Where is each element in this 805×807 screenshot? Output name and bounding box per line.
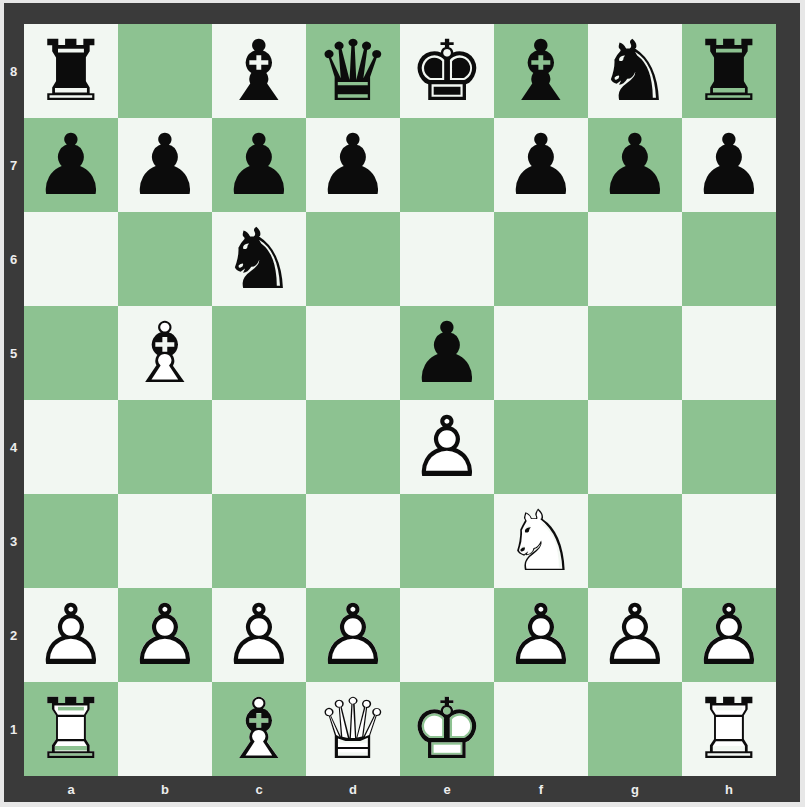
rank-label-4: 4 xyxy=(4,400,23,494)
white-pawn-icon: ♙ xyxy=(691,593,766,677)
white-pawn-icon: ♙ xyxy=(127,593,202,677)
black-pawn-icon: ♟ xyxy=(33,123,108,207)
black-pawn-icon: ♟ xyxy=(221,123,296,207)
square-e3[interactable] xyxy=(400,494,494,588)
black-knight[interactable]: ♞ xyxy=(588,24,682,118)
white-pawn[interactable]: ♟♙ xyxy=(306,588,400,682)
rank-label-5: 5 xyxy=(4,306,23,400)
square-a1[interactable]: ♜♖ xyxy=(24,682,118,776)
square-a4[interactable] xyxy=(24,400,118,494)
square-f4[interactable] xyxy=(494,400,588,494)
file-label-d: d xyxy=(306,776,400,802)
square-d8[interactable]: ♛ xyxy=(306,24,400,118)
square-c8[interactable]: ♝ xyxy=(212,24,306,118)
square-b2[interactable]: ♟♙ xyxy=(118,588,212,682)
square-c6[interactable]: ♞ xyxy=(212,212,306,306)
black-knight-icon: ♞ xyxy=(221,217,296,301)
square-h6[interactable] xyxy=(682,212,776,306)
white-pawn-icon: ♙ xyxy=(221,593,296,677)
square-g3[interactable] xyxy=(588,494,682,588)
black-bishop[interactable]: ♝ xyxy=(494,24,588,118)
black-bishop[interactable]: ♝ xyxy=(212,24,306,118)
white-pawn[interactable]: ♟♙ xyxy=(682,588,776,682)
square-g2[interactable]: ♟♙ xyxy=(588,588,682,682)
white-pawn[interactable]: ♟♙ xyxy=(212,588,306,682)
file-label-a: a xyxy=(24,776,118,802)
square-d6[interactable] xyxy=(306,212,400,306)
black-rook[interactable]: ♜ xyxy=(24,24,118,118)
black-knight-icon: ♞ xyxy=(597,29,672,113)
square-a7[interactable]: ♟ xyxy=(24,118,118,212)
black-king-icon: ♚ xyxy=(409,29,484,113)
white-pawn[interactable]: ♟♙ xyxy=(400,400,494,494)
square-g7[interactable]: ♟ xyxy=(588,118,682,212)
square-e5[interactable]: ♟ xyxy=(400,306,494,400)
file-label-f: f xyxy=(494,776,588,802)
square-d1[interactable]: ♛♕ xyxy=(306,682,400,776)
square-b5[interactable]: ♝♗ xyxy=(118,306,212,400)
rank-label-6: 6 xyxy=(4,212,23,306)
square-b8[interactable] xyxy=(118,24,212,118)
square-b4[interactable] xyxy=(118,400,212,494)
square-c7[interactable]: ♟ xyxy=(212,118,306,212)
square-b3[interactable] xyxy=(118,494,212,588)
square-e4[interactable]: ♟♙ xyxy=(400,400,494,494)
square-a8[interactable]: ♜ xyxy=(24,24,118,118)
square-b7[interactable]: ♟ xyxy=(118,118,212,212)
black-pawn[interactable]: ♟ xyxy=(400,306,494,400)
black-pawn[interactable]: ♟ xyxy=(588,118,682,212)
white-pawn[interactable]: ♟♙ xyxy=(118,588,212,682)
black-pawn[interactable]: ♟ xyxy=(24,118,118,212)
file-label-b: b xyxy=(118,776,212,802)
black-pawn-icon: ♟ xyxy=(315,123,390,207)
square-b6[interactable] xyxy=(118,212,212,306)
rank-label-8: 8 xyxy=(4,24,23,118)
white-king-icon: ♔ xyxy=(409,687,484,771)
square-b1[interactable] xyxy=(118,682,212,776)
rank-label-7: 7 xyxy=(4,118,23,212)
rank-label-2: 2 xyxy=(4,588,23,682)
square-g4[interactable] xyxy=(588,400,682,494)
white-pawn[interactable]: ♟♙ xyxy=(24,588,118,682)
white-pawn-icon: ♙ xyxy=(597,593,672,677)
square-e6[interactable] xyxy=(400,212,494,306)
black-rook-icon: ♜ xyxy=(691,29,766,113)
board-frame: ♜♝♛♚♝♞♜♟♟♟♟♟♟♟♞♝♗♟♟♙♞♘♟♙♟♙♟♙♟♙♟♙♟♙♟♙♜♖♝♗… xyxy=(4,3,800,802)
square-c4[interactable] xyxy=(212,400,306,494)
white-pawn-icon: ♙ xyxy=(315,593,390,677)
black-bishop-icon: ♝ xyxy=(503,29,578,113)
square-e7[interactable] xyxy=(400,118,494,212)
square-a2[interactable]: ♟♙ xyxy=(24,588,118,682)
square-f2[interactable]: ♟♙ xyxy=(494,588,588,682)
square-e8[interactable]: ♚ xyxy=(400,24,494,118)
black-pawn-icon: ♟ xyxy=(597,123,672,207)
white-queen-icon: ♕ xyxy=(315,687,390,771)
square-d4[interactable] xyxy=(306,400,400,494)
black-pawn-icon: ♟ xyxy=(503,123,578,207)
file-label-c: c xyxy=(212,776,306,802)
black-pawn[interactable]: ♟ xyxy=(682,118,776,212)
white-knight[interactable]: ♞♘ xyxy=(494,494,588,588)
square-f6[interactable] xyxy=(494,212,588,306)
white-pawn[interactable]: ♟♙ xyxy=(588,588,682,682)
chess-board-screenshot: ♜♝♛♚♝♞♜♟♟♟♟♟♟♟♞♝♗♟♟♙♞♘♟♙♟♙♟♙♟♙♟♙♟♙♟♙♜♖♝♗… xyxy=(0,0,805,807)
white-bishop-icon: ♗ xyxy=(127,311,202,395)
white-rook[interactable]: ♜♖ xyxy=(24,682,118,776)
white-pawn-icon: ♙ xyxy=(409,405,484,489)
board-grid: ♜♝♛♚♝♞♜♟♟♟♟♟♟♟♞♝♗♟♟♙♞♘♟♙♟♙♟♙♟♙♟♙♟♙♟♙♜♖♝♗… xyxy=(24,24,776,776)
square-d2[interactable]: ♟♙ xyxy=(306,588,400,682)
white-king[interactable]: ♚♔ xyxy=(400,682,494,776)
white-pawn[interactable]: ♟♙ xyxy=(494,588,588,682)
black-queen[interactable]: ♛ xyxy=(306,24,400,118)
white-bishop[interactable]: ♝♗ xyxy=(212,682,306,776)
black-bishop-icon: ♝ xyxy=(221,29,296,113)
black-pawn-icon: ♟ xyxy=(127,123,202,207)
file-label-h: h xyxy=(682,776,776,802)
square-f7[interactable]: ♟ xyxy=(494,118,588,212)
white-bishop-icon: ♗ xyxy=(221,687,296,771)
black-pawn[interactable]: ♟ xyxy=(306,118,400,212)
black-pawn[interactable]: ♟ xyxy=(494,118,588,212)
file-label-e: e xyxy=(400,776,494,802)
square-a5[interactable] xyxy=(24,306,118,400)
square-h7[interactable]: ♟ xyxy=(682,118,776,212)
square-h3[interactable] xyxy=(682,494,776,588)
square-h8[interactable]: ♜ xyxy=(682,24,776,118)
square-g1[interactable] xyxy=(588,682,682,776)
black-king[interactable]: ♚ xyxy=(400,24,494,118)
square-a3[interactable] xyxy=(24,494,118,588)
black-pawn[interactable]: ♟ xyxy=(212,118,306,212)
white-pawn-icon: ♙ xyxy=(33,593,108,677)
square-g6[interactable] xyxy=(588,212,682,306)
black-queen-icon: ♛ xyxy=(315,29,390,113)
square-d3[interactable] xyxy=(306,494,400,588)
square-h5[interactable] xyxy=(682,306,776,400)
square-f8[interactable]: ♝ xyxy=(494,24,588,118)
white-rook-icon: ♖ xyxy=(33,687,108,771)
square-c2[interactable]: ♟♙ xyxy=(212,588,306,682)
square-h1[interactable]: ♜♖ xyxy=(682,682,776,776)
black-pawn-icon: ♟ xyxy=(691,123,766,207)
white-bishop[interactable]: ♝♗ xyxy=(118,306,212,400)
square-a6[interactable] xyxy=(24,212,118,306)
square-f3[interactable]: ♞♘ xyxy=(494,494,588,588)
square-e1[interactable]: ♚♔ xyxy=(400,682,494,776)
square-h2[interactable]: ♟♙ xyxy=(682,588,776,682)
white-pawn-icon: ♙ xyxy=(503,593,578,677)
square-f5[interactable] xyxy=(494,306,588,400)
square-c1[interactable]: ♝♗ xyxy=(212,682,306,776)
file-label-g: g xyxy=(588,776,682,802)
white-rook[interactable]: ♜♖ xyxy=(682,682,776,776)
rank-label-3: 3 xyxy=(4,494,23,588)
rank-label-1: 1 xyxy=(4,682,23,776)
white-queen[interactable]: ♛♕ xyxy=(306,682,400,776)
square-c5[interactable] xyxy=(212,306,306,400)
square-c3[interactable] xyxy=(212,494,306,588)
black-pawn-icon: ♟ xyxy=(409,311,484,395)
square-g8[interactable]: ♞ xyxy=(588,24,682,118)
square-h4[interactable] xyxy=(682,400,776,494)
square-g5[interactable] xyxy=(588,306,682,400)
black-rook-icon: ♜ xyxy=(33,29,108,113)
black-rook[interactable]: ♜ xyxy=(682,24,776,118)
white-knight-icon: ♘ xyxy=(503,499,578,583)
black-pawn[interactable]: ♟ xyxy=(118,118,212,212)
black-knight[interactable]: ♞ xyxy=(212,212,306,306)
square-f1[interactable] xyxy=(494,682,588,776)
square-e2[interactable] xyxy=(400,588,494,682)
white-rook-icon: ♖ xyxy=(691,687,766,771)
square-d7[interactable]: ♟ xyxy=(306,118,400,212)
square-d5[interactable] xyxy=(306,306,400,400)
